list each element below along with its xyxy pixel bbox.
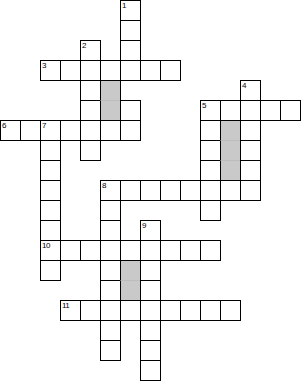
cell-r15-c6[interactable] xyxy=(120,300,141,321)
highlight-cell-r5-c5[interactable] xyxy=(100,100,121,121)
cell-r13-c2[interactable] xyxy=(40,260,61,281)
cell-r7-c2[interactable] xyxy=(40,140,61,161)
cell-r9-c5[interactable]: 8 xyxy=(100,180,121,201)
cell-r12-c6[interactable] xyxy=(120,240,141,261)
cell-r15-c7[interactable] xyxy=(140,300,161,321)
cell-r15-c9[interactable] xyxy=(180,300,201,321)
cell-r14-c5[interactable] xyxy=(100,280,121,301)
highlight-cell-r8-c11[interactable] xyxy=(220,160,241,181)
highlight-cell-r6-c11[interactable] xyxy=(220,120,241,141)
cell-r5-c11[interactable] xyxy=(220,100,241,121)
crossword-page: 1234567891011 xyxy=(0,0,301,381)
cell-r1-c6[interactable] xyxy=(120,20,141,41)
cell-r5-c6[interactable] xyxy=(120,100,141,121)
cell-r7-c10[interactable] xyxy=(200,140,221,161)
clue-number-9: 9 xyxy=(142,221,146,230)
cell-r10-c10[interactable] xyxy=(200,200,221,221)
cell-r15-c11[interactable] xyxy=(220,300,241,321)
cell-r5-c10[interactable]: 5 xyxy=(200,100,221,121)
cell-r9-c6[interactable] xyxy=(120,180,141,201)
cell-r5-c13[interactable] xyxy=(260,100,281,121)
cell-r15-c10[interactable] xyxy=(200,300,221,321)
cell-r3-c2[interactable]: 3 xyxy=(40,60,61,81)
cell-r3-c7[interactable] xyxy=(140,60,161,81)
cell-r12-c5[interactable] xyxy=(100,240,121,261)
highlight-cell-r13-c6[interactable] xyxy=(120,260,141,281)
cell-r3-c5[interactable] xyxy=(100,60,121,81)
cell-r12-c10[interactable] xyxy=(200,240,221,261)
clue-number-6: 6 xyxy=(2,121,6,130)
clue-number-1: 1 xyxy=(122,1,126,10)
cell-r6-c0[interactable]: 6 xyxy=(0,120,21,141)
cell-r12-c9[interactable] xyxy=(180,240,201,261)
cell-r2-c6[interactable] xyxy=(120,40,141,61)
cell-r9-c9[interactable] xyxy=(180,180,201,201)
cell-r16-c7[interactable] xyxy=(140,320,161,341)
clue-number-8: 8 xyxy=(102,181,106,190)
highlight-cell-r7-c11[interactable] xyxy=(220,140,241,161)
cell-r15-c3[interactable]: 11 xyxy=(60,300,81,321)
cell-r15-c4[interactable] xyxy=(80,300,101,321)
cell-r15-c5[interactable] xyxy=(100,300,121,321)
cell-r17-c7[interactable] xyxy=(140,340,161,361)
cell-r3-c3[interactable] xyxy=(60,60,81,81)
clue-number-10: 10 xyxy=(42,241,50,250)
cell-r16-c5[interactable] xyxy=(100,320,121,341)
cell-r2-c4[interactable]: 2 xyxy=(80,40,101,61)
clue-number-5: 5 xyxy=(202,101,206,110)
cell-r12-c2[interactable]: 10 xyxy=(40,240,61,261)
cell-r10-c2[interactable] xyxy=(40,200,61,221)
cell-r4-c4[interactable] xyxy=(80,80,101,101)
cell-r11-c7[interactable]: 9 xyxy=(140,220,161,241)
cell-r6-c2[interactable]: 7 xyxy=(40,120,61,141)
cell-r15-c8[interactable] xyxy=(160,300,181,321)
cell-r8-c2[interactable] xyxy=(40,160,61,181)
cell-r13-c5[interactable] xyxy=(100,260,121,281)
cell-r0-c6[interactable]: 1 xyxy=(120,0,141,21)
cell-r6-c4[interactable] xyxy=(80,120,101,141)
cell-r6-c10[interactable] xyxy=(200,120,221,141)
cell-r11-c2[interactable] xyxy=(40,220,61,241)
cell-r6-c5[interactable] xyxy=(100,120,121,141)
highlight-cell-r4-c5[interactable] xyxy=(100,80,121,101)
cell-r8-c10[interactable] xyxy=(200,160,221,181)
cell-r5-c12[interactable] xyxy=(240,100,261,121)
cell-r6-c6[interactable] xyxy=(120,120,141,141)
cell-r12-c8[interactable] xyxy=(160,240,181,261)
cell-r9-c11[interactable] xyxy=(220,180,241,201)
cell-r9-c8[interactable] xyxy=(160,180,181,201)
cell-r11-c5[interactable] xyxy=(100,220,121,241)
clue-number-2: 2 xyxy=(82,41,86,50)
cell-r13-c7[interactable] xyxy=(140,260,161,281)
cell-r18-c7[interactable] xyxy=(140,360,161,381)
cell-r7-c12[interactable] xyxy=(240,140,261,161)
cell-r9-c7[interactable] xyxy=(140,180,161,201)
cell-r14-c7[interactable] xyxy=(140,280,161,301)
cell-r8-c12[interactable] xyxy=(240,160,261,181)
cell-r9-c10[interactable] xyxy=(200,180,221,201)
cell-r9-c12[interactable] xyxy=(240,180,261,201)
cell-r12-c4[interactable] xyxy=(80,240,101,261)
cell-r6-c1[interactable] xyxy=(20,120,41,141)
cell-r5-c14[interactable] xyxy=(280,100,301,121)
clue-number-7: 7 xyxy=(42,121,46,130)
cell-r6-c12[interactable] xyxy=(240,120,261,141)
clue-number-11: 11 xyxy=(62,301,69,310)
cell-r9-c2[interactable] xyxy=(40,180,61,201)
cell-r12-c7[interactable] xyxy=(140,240,161,261)
crossword-grid: 1234567891011 xyxy=(0,0,301,381)
cell-r3-c6[interactable] xyxy=(120,60,141,81)
cell-r6-c3[interactable] xyxy=(60,120,81,141)
clue-number-3: 3 xyxy=(42,61,46,70)
cell-r12-c3[interactable] xyxy=(60,240,81,261)
cell-r5-c4[interactable] xyxy=(80,100,101,121)
cell-r4-c12[interactable]: 4 xyxy=(240,80,261,101)
cell-r3-c4[interactable] xyxy=(80,60,101,81)
highlight-cell-r14-c6[interactable] xyxy=(120,280,141,301)
clue-number-4: 4 xyxy=(242,81,246,90)
cell-r10-c5[interactable] xyxy=(100,200,121,221)
cell-r17-c5[interactable] xyxy=(100,340,121,361)
cell-r7-c4[interactable] xyxy=(80,140,101,161)
cell-r3-c8[interactable] xyxy=(160,60,181,81)
